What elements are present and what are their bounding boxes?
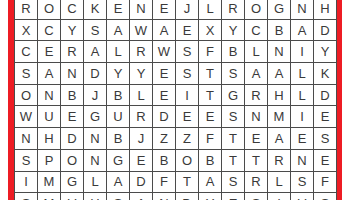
grid-cell-r2c4[interactable]: S <box>84 19 107 42</box>
grid-cell-r5c2[interactable]: N <box>38 84 61 107</box>
grid-cell-r8c13[interactable]: N <box>291 149 314 172</box>
grid-cell-r7c14[interactable]: S <box>314 127 337 150</box>
grid-cell-r3c1[interactable]: C <box>15 40 38 63</box>
grid-cell-r8c7[interactable]: B <box>153 149 176 172</box>
grid-cell-r6c3[interactable]: E <box>61 105 84 128</box>
grid-cell-r10c3[interactable]: V <box>61 192 84 200</box>
grid-cell-r4c9[interactable]: T <box>199 62 222 85</box>
grid-cell-r7c10[interactable]: T <box>222 127 245 150</box>
grid-cell-r7c13[interactable]: E <box>291 127 314 150</box>
grid-cell-r10c12[interactable]: I <box>268 192 291 200</box>
grid-cell-r1c14[interactable]: H <box>314 0 337 20</box>
grid-cell-r2c8[interactable]: E <box>176 19 199 42</box>
grid-cell-r10c11[interactable]: S <box>245 192 268 200</box>
grid-cell-r1c3[interactable]: C <box>61 0 84 20</box>
grid-cell-r2c7[interactable]: A <box>153 19 176 42</box>
grid-cell-r4c10[interactable]: S <box>222 62 245 85</box>
grid-cell-r8c2[interactable]: P <box>38 149 61 172</box>
grid-cell-r6c12[interactable]: M <box>268 105 291 128</box>
grid-cell-r8c12[interactable]: R <box>268 149 291 172</box>
grid-cell-r7c12[interactable]: A <box>268 127 291 150</box>
grid-cell-r8c3[interactable]: O <box>61 149 84 172</box>
grid-cell-r9c2[interactable]: M <box>38 171 61 194</box>
grid-cell-r3c14[interactable]: Y <box>314 40 337 63</box>
grid-cell-r3c7[interactable]: W <box>153 40 176 63</box>
grid-cell-r9c10[interactable]: S <box>222 171 245 194</box>
grid-cell-r4c14[interactable]: K <box>314 62 337 85</box>
grid-cell-r4c13[interactable]: L <box>291 62 314 85</box>
grid-cell-r8c5[interactable]: G <box>107 149 130 172</box>
grid-cell-r2c2[interactable]: C <box>38 19 61 42</box>
grid-cell-r6c7[interactable]: D <box>153 105 176 128</box>
grid-cell-r9c9[interactable]: A <box>199 171 222 194</box>
grid-cell-r4c12[interactable]: A <box>268 62 291 85</box>
grid-cell-r10c6[interactable]: A <box>130 192 153 200</box>
grid-cell-r10c5[interactable]: S <box>107 192 130 200</box>
grid-cell-r5c1[interactable]: O <box>15 84 38 107</box>
grid-cell-r10c4[interactable]: H <box>84 192 107 200</box>
grid-cell-r5c11[interactable]: R <box>245 84 268 107</box>
grid-cell-r9c11[interactable]: R <box>245 171 268 194</box>
grid-cell-r2c9[interactable]: X <box>199 19 222 42</box>
grid-cell-r7c3[interactable]: D <box>61 127 84 150</box>
grid-cell-r8c8[interactable]: O <box>176 149 199 172</box>
grid-cell-r5c9[interactable]: T <box>199 84 222 107</box>
grid-cell-r2c10[interactable]: Y <box>222 19 245 42</box>
grid-cell-r7c9[interactable]: F <box>199 127 222 150</box>
grid-cell-r6c5[interactable]: U <box>107 105 130 128</box>
grid-cell-r9c7[interactable]: F <box>153 171 176 194</box>
grid-cell-r4c11[interactable]: A <box>245 62 268 85</box>
grid-cell-r1c7[interactable]: E <box>153 0 176 20</box>
grid-cell-r7c1[interactable]: N <box>15 127 38 150</box>
grid-cell-r3c6[interactable]: R <box>130 40 153 63</box>
grid-cell-r4c7[interactable]: E <box>153 62 176 85</box>
grid-cell-r6c4[interactable]: G <box>84 105 107 128</box>
grid-cell-r5c6[interactable]: L <box>130 84 153 107</box>
grid-cell-r4c8[interactable]: S <box>176 62 199 85</box>
grid-cell-r10c9[interactable]: Y <box>199 192 222 200</box>
grid-cell-r7c4[interactable]: N <box>84 127 107 150</box>
grid-cell-r2c14[interactable]: D <box>314 19 337 42</box>
grid-cell-r7c5[interactable]: B <box>107 127 130 150</box>
grid-cell-r6c11[interactable]: N <box>245 105 268 128</box>
grid-cell-r6c10[interactable]: S <box>222 105 245 128</box>
grid-cell-r2c3[interactable]: Y <box>61 19 84 42</box>
grid-cell-r7c8[interactable]: Z <box>176 127 199 150</box>
grid-cell-r9c14[interactable]: F <box>314 171 337 194</box>
grid-cell-r1c2[interactable]: O <box>38 0 61 20</box>
grid-cell-r2c5[interactable]: A <box>107 19 130 42</box>
grid-cell-r10c2[interactable]: M <box>38 192 61 200</box>
grid-cell-r7c6[interactable]: J <box>130 127 153 150</box>
grid-cell-r9c8[interactable]: T <box>176 171 199 194</box>
word-search-board: ROCKENEJLROGNHXCYSAWAEXYCBADCERALRWSFBLN… <box>14 0 337 200</box>
grid-cell-r9c6[interactable]: D <box>130 171 153 194</box>
grid-cell-r1c13[interactable]: N <box>291 0 314 20</box>
grid-cell-r6c8[interactable]: E <box>176 105 199 128</box>
grid-cell-r3c9[interactable]: F <box>199 40 222 63</box>
grid-cell-r3c2[interactable]: E <box>38 40 61 63</box>
grid-cell-r9c13[interactable]: S <box>291 171 314 194</box>
grid-cell-r2c12[interactable]: B <box>268 19 291 42</box>
grid-cell-r5c5[interactable]: B <box>107 84 130 107</box>
grid-cell-r1c11[interactable]: O <box>245 0 268 20</box>
grid-cell-r5c4[interactable]: J <box>84 84 107 107</box>
grid-cell-r9c1[interactable]: I <box>15 171 38 194</box>
grid-cell-r5c13[interactable]: L <box>291 84 314 107</box>
grid-cell-r10c13[interactable]: V <box>291 192 314 200</box>
grid-cell-r2c13[interactable]: A <box>291 19 314 42</box>
grid-cell-r3c8[interactable]: S <box>176 40 199 63</box>
grid-cell-r10c7[interactable]: N <box>153 192 176 200</box>
grid-cell-r7c2[interactable]: H <box>38 127 61 150</box>
grid-cell-r1c8[interactable]: J <box>176 0 199 20</box>
grid-cell-r8c4[interactable]: N <box>84 149 107 172</box>
grid-cell-r4c6[interactable]: Y <box>130 62 153 85</box>
grid-cell-r4c5[interactable]: Y <box>107 62 130 85</box>
grid-cell-r1c9[interactable]: L <box>199 0 222 20</box>
grid-cell-r4c4[interactable]: D <box>84 62 107 85</box>
grid-cell-r6c2[interactable]: U <box>38 105 61 128</box>
grid-cell-r6c14[interactable]: E <box>314 105 337 128</box>
word-search-puzzle: ROCKENEJLROGNHXCYSAWAEXYCBADCERALRWSFBLN… <box>0 0 350 200</box>
grid-cell-r5c12[interactable]: H <box>268 84 291 107</box>
grid-cell-r10c1[interactable]: S <box>15 192 38 200</box>
grid-cell-r3c13[interactable]: I <box>291 40 314 63</box>
grid-cell-r8c9[interactable]: B <box>199 149 222 172</box>
grid-cell-r3c3[interactable]: R <box>61 40 84 63</box>
grid-cell-r8c6[interactable]: E <box>130 149 153 172</box>
grid-cell-r1c12[interactable]: G <box>268 0 291 20</box>
grid-cell-r3c12[interactable]: N <box>268 40 291 63</box>
grid-cell-r9c12[interactable]: L <box>268 171 291 194</box>
grid-cell-r5c8[interactable]: I <box>176 84 199 107</box>
grid-cell-r7c11[interactable]: E <box>245 127 268 150</box>
grid-cell-r9c5[interactable]: A <box>107 171 130 194</box>
grid-cell-r8c11[interactable]: T <box>245 149 268 172</box>
grid-cell-r9c3[interactable]: G <box>61 171 84 194</box>
grid-cell-r4c1[interactable]: S <box>15 62 38 85</box>
grid-cell-r3c10[interactable]: B <box>222 40 245 63</box>
grid-cell-r5c10[interactable]: G <box>222 84 245 107</box>
grid-cell-r3c11[interactable]: L <box>245 40 268 63</box>
grid-cell-r6c1[interactable]: W <box>15 105 38 128</box>
grid-cell-r3c5[interactable]: L <box>107 40 130 63</box>
grid-cell-r1c5[interactable]: E <box>107 0 130 20</box>
grid-cell-r4c2[interactable]: A <box>38 62 61 85</box>
grid-cell-r8c10[interactable]: T <box>222 149 245 172</box>
grid-cell-r9c4[interactable]: L <box>84 171 107 194</box>
grid-cell-r10c8[interactable]: D <box>176 192 199 200</box>
grid-cell-r5c7[interactable]: E <box>153 84 176 107</box>
grid-cell-r10c14[interactable]: S <box>314 192 337 200</box>
grid-cell-r2c1[interactable]: X <box>15 19 38 42</box>
grid-cell-r10c10[interactable]: E <box>222 192 245 200</box>
grid-cell-r3c4[interactable]: A <box>84 40 107 63</box>
grid-cell-r1c10[interactable]: R <box>222 0 245 20</box>
grid-cell-r6c6[interactable]: R <box>130 105 153 128</box>
grid-cell-r1c4[interactable]: K <box>84 0 107 20</box>
grid-cell-r4c3[interactable]: N <box>61 62 84 85</box>
grid-cell-r6c9[interactable]: E <box>199 105 222 128</box>
grid-cell-r1c6[interactable]: N <box>130 0 153 20</box>
grid-cell-r8c14[interactable]: E <box>314 149 337 172</box>
grid-cell-r5c14[interactable]: D <box>314 84 337 107</box>
grid-cell-r2c6[interactable]: W <box>130 19 153 42</box>
grid-cell-r8c1[interactable]: S <box>15 149 38 172</box>
grid-cell-r7c7[interactable]: Z <box>153 127 176 150</box>
grid-cell-r5c3[interactable]: B <box>61 84 84 107</box>
grid-cell-r1c1[interactable]: R <box>15 0 38 20</box>
grid-cell-r6c13[interactable]: I <box>291 105 314 128</box>
grid-cell-r2c11[interactable]: C <box>245 19 268 42</box>
